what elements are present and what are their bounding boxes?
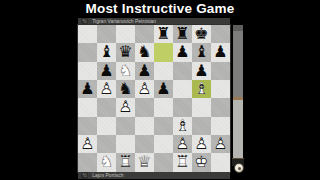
black-pawn[interactable]: ♟ xyxy=(192,62,211,80)
square-a8[interactable] xyxy=(78,25,97,43)
piece-outline-layer: ♙ xyxy=(78,135,97,153)
white-pawn[interactable]: ♟♙ xyxy=(173,135,192,153)
white-pawn[interactable]: ♟♙ xyxy=(97,80,116,98)
piece-outline-layer: ♙ xyxy=(135,80,154,98)
square-c8[interactable] xyxy=(116,25,135,43)
white-pawn[interactable]: ♟♙ xyxy=(116,98,135,116)
square-f7[interactable]: ♟ xyxy=(173,43,192,61)
square-h7[interactable]: ♟ xyxy=(211,43,230,61)
square-a6[interactable] xyxy=(78,62,97,80)
white-queen[interactable]: ♛♕ xyxy=(135,153,154,171)
black-bishop[interactable]: ♝ xyxy=(97,43,116,61)
square-c6[interactable]: ♞♘ xyxy=(116,62,135,80)
square-h5[interactable] xyxy=(211,80,230,98)
scrollbar-top-cap xyxy=(233,25,243,31)
square-c4[interactable]: ♟♙ xyxy=(116,98,135,116)
piece-outline-layer: ♙ xyxy=(192,135,211,153)
square-a2[interactable]: ♟♙ xyxy=(78,135,97,153)
square-e6[interactable] xyxy=(154,62,173,80)
square-b3[interactable] xyxy=(97,117,116,135)
white-knight[interactable]: ♞♘ xyxy=(116,62,135,80)
square-d7[interactable]: ♞ xyxy=(135,43,154,61)
piece-outline-layer: ♘ xyxy=(97,153,116,171)
square-g1[interactable]: ♚♔ xyxy=(192,153,211,171)
black-king[interactable]: ♚ xyxy=(192,25,211,43)
black-pawn[interactable]: ♟ xyxy=(135,62,154,80)
black-pawn[interactable]: ♟ xyxy=(78,80,97,98)
crest-coin-icon xyxy=(234,163,244,173)
square-e2[interactable] xyxy=(154,135,173,153)
white-pawn[interactable]: ♟♙ xyxy=(211,135,230,153)
chess-board[interactable]: ♜♜♚♝♛♞♟♝♟♟♞♘♟♟♟♟♙♞♟♙♟♝♗♟♙♝♗♟♙♟♙♟♙♟♙♞♘♜♖♛… xyxy=(78,25,230,172)
square-h4[interactable] xyxy=(211,98,230,116)
square-g2[interactable]: ♟♙ xyxy=(192,135,211,153)
video-frame: Most Instructive Game ½ Tigran Vartanovi… xyxy=(0,0,320,180)
black-pawn[interactable]: ♟ xyxy=(211,43,230,61)
square-c3[interactable] xyxy=(116,117,135,135)
square-f6[interactable] xyxy=(173,62,192,80)
top-player-score: ½ xyxy=(81,18,88,25)
white-king[interactable]: ♚♔ xyxy=(192,153,211,171)
piece-outline-layer: ♘ xyxy=(116,62,135,80)
square-b2[interactable] xyxy=(97,135,116,153)
piece-outline-layer: ♙ xyxy=(116,98,135,116)
bottom-player-bar: ½ Lajos Portisch xyxy=(78,172,230,179)
black-pawn[interactable]: ♟ xyxy=(173,43,192,61)
square-d1[interactable]: ♛♕ xyxy=(135,153,154,171)
square-f1[interactable]: ♜♖ xyxy=(173,153,192,171)
piece-outline-layer: ♖ xyxy=(173,153,192,171)
square-g7[interactable]: ♝ xyxy=(192,43,211,61)
square-h6[interactable] xyxy=(211,62,230,80)
square-g5[interactable]: ♝♗ xyxy=(192,80,211,98)
square-b7[interactable]: ♝ xyxy=(97,43,116,61)
square-d3[interactable] xyxy=(135,117,154,135)
square-e5[interactable]: ♟ xyxy=(154,80,173,98)
square-e7[interactable] xyxy=(154,43,173,61)
square-c1[interactable]: ♜♖ xyxy=(116,153,135,171)
square-d6[interactable]: ♟ xyxy=(135,62,154,80)
square-d5[interactable]: ♟♙ xyxy=(135,80,154,98)
square-a3[interactable] xyxy=(78,117,97,135)
scrollbar-thumb[interactable] xyxy=(233,100,243,158)
top-player-name: Tigran Vartanovich Petrosian xyxy=(92,18,156,25)
scrollbar-track[interactable] xyxy=(233,25,243,158)
piece-outline-layer: ♗ xyxy=(173,117,192,135)
square-e8[interactable]: ♜ xyxy=(154,25,173,43)
white-rook[interactable]: ♜♖ xyxy=(116,153,135,171)
black-pawn[interactable]: ♟ xyxy=(97,62,116,80)
white-pawn[interactable]: ♟♙ xyxy=(135,80,154,98)
white-pawn[interactable]: ♟♙ xyxy=(192,135,211,153)
bottom-player-score: ½ xyxy=(81,172,88,179)
black-pawn[interactable]: ♟ xyxy=(154,80,173,98)
square-e3[interactable] xyxy=(154,117,173,135)
square-c2[interactable] xyxy=(116,135,135,153)
black-queen[interactable]: ♛ xyxy=(116,43,135,61)
square-g6[interactable]: ♟ xyxy=(192,62,211,80)
square-f2[interactable]: ♟♙ xyxy=(173,135,192,153)
black-rook[interactable]: ♜ xyxy=(173,25,192,43)
square-e1[interactable] xyxy=(154,153,173,171)
square-b8[interactable] xyxy=(97,25,116,43)
square-h3[interactable] xyxy=(211,117,230,135)
square-b1[interactable]: ♞♘ xyxy=(97,153,116,171)
piece-outline-layer: ♙ xyxy=(97,80,116,98)
square-h8[interactable] xyxy=(211,25,230,43)
piece-outline-layer: ♗ xyxy=(192,80,211,98)
square-a7[interactable] xyxy=(78,43,97,61)
black-rook[interactable]: ♜ xyxy=(154,25,173,43)
piece-outline-layer: ♕ xyxy=(135,153,154,171)
square-f5[interactable] xyxy=(173,80,192,98)
white-rook[interactable]: ♜♖ xyxy=(173,153,192,171)
square-f3[interactable]: ♝♗ xyxy=(173,117,192,135)
white-bishop[interactable]: ♝♗ xyxy=(192,80,211,98)
square-e4[interactable] xyxy=(154,98,173,116)
square-a5[interactable]: ♟ xyxy=(78,80,97,98)
square-f8[interactable]: ♜ xyxy=(173,25,192,43)
piece-outline-layer: ♙ xyxy=(173,135,192,153)
square-g3[interactable] xyxy=(192,117,211,135)
white-bishop[interactable]: ♝♗ xyxy=(173,117,192,135)
square-d2[interactable] xyxy=(135,135,154,153)
white-pawn[interactable]: ♟♙ xyxy=(78,135,97,153)
square-a1[interactable] xyxy=(78,153,97,171)
bottom-player-name: Lajos Portisch xyxy=(92,172,123,179)
black-knight[interactable]: ♞ xyxy=(135,43,154,61)
square-c5[interactable]: ♞ xyxy=(116,80,135,98)
piece-outline-layer: ♖ xyxy=(116,153,135,171)
black-knight[interactable]: ♞ xyxy=(116,80,135,98)
square-b4[interactable] xyxy=(97,98,116,116)
piece-outline-layer: ♔ xyxy=(192,153,211,171)
square-b6[interactable]: ♟ xyxy=(97,62,116,80)
square-d4[interactable] xyxy=(135,98,154,116)
square-a4[interactable] xyxy=(78,98,97,116)
square-d8[interactable] xyxy=(135,25,154,43)
square-c7[interactable]: ♛ xyxy=(116,43,135,61)
piece-outline-layer: ♙ xyxy=(211,135,230,153)
black-bishop[interactable]: ♝ xyxy=(192,43,211,61)
square-h1[interactable] xyxy=(211,153,230,171)
square-g8[interactable]: ♚ xyxy=(192,25,211,43)
square-f4[interactable] xyxy=(173,98,192,116)
square-h2[interactable]: ♟♙ xyxy=(211,135,230,153)
video-title: Most Instructive Game xyxy=(0,1,320,16)
white-knight[interactable]: ♞♘ xyxy=(97,153,116,171)
square-g4[interactable] xyxy=(192,98,211,116)
square-b5[interactable]: ♟♙ xyxy=(97,80,116,98)
